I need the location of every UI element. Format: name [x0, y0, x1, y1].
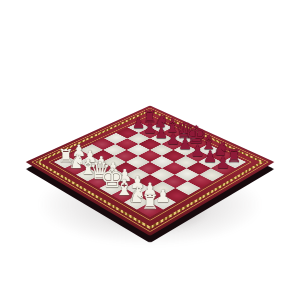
red-pawn-h7: ♟ — [216, 155, 231, 171]
pieces-layer: ♜♞♟♝♟♛♟♚♟♝♟♞♟♟♜♟♟♜♟♟♞♟♝♟♛♟♚♟♝♟♞♜ — [0, 0, 300, 300]
white-rook-h1: ♜ — [141, 193, 159, 213]
chess-set-photo: ♜♞♟♝♟♛♟♚♟♝♟♞♟♟♜♟♟♜♟♟♞♟♝♟♛♟♚♟♝♟♞♜ — [0, 0, 300, 300]
